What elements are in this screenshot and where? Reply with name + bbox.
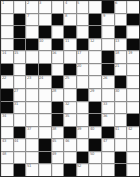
clue-number: 3 bbox=[39, 1, 41, 5]
crossword-cell[interactable]: 36 bbox=[102, 114, 114, 126]
clue-number: 27 bbox=[14, 89, 18, 93]
crossword-cell[interactable] bbox=[77, 114, 89, 126]
clue-number: 51 bbox=[27, 164, 31, 168]
crossword-cell[interactable]: 20 bbox=[77, 64, 89, 76]
black-cell bbox=[77, 39, 89, 51]
black-cell bbox=[39, 64, 51, 76]
crossword-cell[interactable] bbox=[26, 26, 38, 38]
crossword-cell[interactable]: 35 bbox=[64, 114, 76, 126]
clue-number: 35 bbox=[65, 114, 69, 118]
crossword-cell[interactable] bbox=[127, 139, 139, 151]
crossword-cell[interactable] bbox=[26, 51, 38, 63]
crossword-cell[interactable]: 7 bbox=[26, 14, 38, 26]
clue-number: 4 bbox=[65, 1, 67, 5]
crossword-cell[interactable] bbox=[1, 26, 13, 38]
clue-number: 25 bbox=[65, 76, 69, 80]
black-cell bbox=[115, 76, 127, 88]
crossword-cell[interactable]: 38 bbox=[52, 127, 64, 139]
crossword-cell[interactable] bbox=[64, 152, 76, 164]
crossword-cell[interactable]: 11 bbox=[64, 39, 76, 51]
crossword-cell[interactable]: 16 bbox=[52, 51, 64, 63]
black-cell bbox=[127, 114, 139, 126]
clue-number: 21 bbox=[115, 64, 119, 68]
crossword-cell[interactable]: 30 bbox=[115, 89, 127, 101]
clue-number: 30 bbox=[115, 89, 119, 93]
clue-number: 31 bbox=[14, 102, 18, 106]
clue-number: 50 bbox=[90, 152, 94, 156]
crossword-cell[interactable] bbox=[127, 102, 139, 114]
clue-number: 45 bbox=[52, 139, 56, 143]
black-cell bbox=[1, 89, 13, 101]
black-cell bbox=[1, 102, 13, 114]
crossword-cell[interactable] bbox=[52, 1, 64, 13]
clue-number: 6 bbox=[115, 1, 117, 5]
crossword-cell[interactable] bbox=[127, 152, 139, 164]
crossword-cell[interactable]: 9 bbox=[102, 14, 114, 26]
crossword-cell[interactable]: 18 bbox=[115, 51, 127, 63]
crossword-cell[interactable] bbox=[1, 14, 13, 26]
black-cell bbox=[39, 26, 51, 38]
black-cell bbox=[89, 102, 101, 114]
crossword-cell[interactable] bbox=[1, 127, 13, 139]
clue-number: 52 bbox=[77, 164, 81, 168]
crossword-cell[interactable]: 41 bbox=[115, 127, 127, 139]
black-cell bbox=[64, 26, 76, 38]
crossword-cell[interactable]: 49 bbox=[52, 152, 64, 164]
crossword-cell[interactable] bbox=[127, 26, 139, 38]
crossword-cell[interactable]: 27 bbox=[14, 89, 26, 101]
crossword-cell[interactable] bbox=[52, 26, 64, 38]
crossword-cell[interactable] bbox=[39, 102, 51, 114]
crossword-cell[interactable]: 29 bbox=[89, 89, 101, 101]
black-cell bbox=[89, 26, 101, 38]
crossword-cell[interactable] bbox=[14, 1, 26, 13]
black-cell bbox=[52, 114, 64, 126]
clue-number: 26 bbox=[103, 76, 107, 80]
crossword-cell[interactable]: 47 bbox=[102, 139, 114, 151]
crossword-cell[interactable] bbox=[64, 89, 76, 101]
black-cell bbox=[89, 139, 101, 151]
crossword-cell[interactable] bbox=[77, 26, 89, 38]
clue-number: 41 bbox=[115, 127, 119, 131]
crossword-cell[interactable]: 10 bbox=[39, 39, 51, 51]
crossword-cell[interactable] bbox=[102, 26, 114, 38]
black-cell bbox=[52, 39, 64, 51]
clue-number: 8 bbox=[65, 14, 67, 18]
clue-number: 42 bbox=[128, 127, 132, 131]
crossword-cell[interactable] bbox=[26, 152, 38, 164]
crossword-cell[interactable]: 23 bbox=[26, 76, 38, 88]
clue-number: 38 bbox=[52, 127, 56, 131]
crossword-cell[interactable]: 40 bbox=[89, 127, 101, 139]
crossword-cell[interactable]: 14 bbox=[1, 51, 13, 63]
crossword-cell[interactable] bbox=[14, 152, 26, 164]
crossword-cell[interactable] bbox=[77, 14, 89, 26]
crossword-cell[interactable] bbox=[115, 139, 127, 151]
crossword-cell[interactable] bbox=[39, 14, 51, 26]
clue-number: 48 bbox=[2, 152, 6, 156]
crossword-cell[interactable]: 39 bbox=[77, 127, 89, 139]
black-cell bbox=[64, 64, 76, 76]
crossword-cell[interactable] bbox=[26, 139, 38, 151]
black-cell bbox=[52, 76, 64, 88]
crossword-cell[interactable] bbox=[39, 89, 51, 101]
crossword-cell[interactable]: 12 bbox=[89, 39, 101, 51]
crossword-cell[interactable]: 19 bbox=[127, 51, 139, 63]
crossword-cell[interactable] bbox=[52, 64, 64, 76]
crossword-cell[interactable] bbox=[77, 139, 89, 151]
crossword-cell[interactable]: 22 bbox=[1, 76, 13, 88]
crossword-cell[interactable] bbox=[64, 51, 76, 63]
clue-number: 9 bbox=[103, 14, 105, 18]
black-cell bbox=[115, 26, 127, 38]
crossword-cell[interactable]: 33 bbox=[102, 102, 114, 114]
black-cell bbox=[64, 127, 76, 139]
crossword-cell[interactable] bbox=[39, 51, 51, 63]
clue-number: 17 bbox=[77, 51, 81, 55]
crossword-cell[interactable]: 26 bbox=[102, 76, 114, 88]
crossword-cell[interactable]: 50 bbox=[89, 152, 101, 164]
crossword-cell[interactable]: 37 bbox=[26, 127, 38, 139]
clue-number: 22 bbox=[2, 76, 6, 80]
crossword-cell[interactable] bbox=[1, 164, 13, 176]
crossword-cell[interactable] bbox=[102, 39, 114, 51]
clue-number: 28 bbox=[52, 89, 56, 93]
black-cell bbox=[89, 114, 101, 126]
crossword-cell[interactable] bbox=[89, 164, 101, 176]
black-cell bbox=[14, 127, 26, 139]
crossword-cell[interactable] bbox=[127, 164, 139, 176]
black-cell bbox=[127, 14, 139, 26]
crossword-cell[interactable] bbox=[77, 76, 89, 88]
black-cell bbox=[26, 39, 38, 51]
crossword-cell[interactable] bbox=[1, 39, 13, 51]
black-cell bbox=[39, 152, 51, 164]
crossword-puzzle: 1234567891011121314151617181920212223242… bbox=[0, 0, 140, 177]
crossword-cell[interactable] bbox=[89, 51, 101, 63]
crossword-cell[interactable] bbox=[102, 152, 114, 164]
clue-number: 39 bbox=[77, 127, 81, 131]
clue-number: 24 bbox=[39, 76, 43, 80]
black-cell bbox=[64, 164, 76, 176]
crossword-cell[interactable]: 13 bbox=[115, 39, 127, 51]
clue-number: 44 bbox=[14, 139, 18, 143]
crossword-cell[interactable]: 4 bbox=[64, 1, 76, 13]
clue-number: 10 bbox=[39, 39, 43, 43]
crossword-cell[interactable]: 42 bbox=[127, 127, 139, 139]
crossword-cell[interactable]: 6 bbox=[115, 1, 127, 13]
crossword-cell[interactable]: 15 bbox=[14, 51, 26, 63]
clue-number: 12 bbox=[90, 39, 94, 43]
black-cell bbox=[26, 64, 38, 76]
clue-number: 16 bbox=[52, 51, 56, 55]
crossword-cell[interactable] bbox=[115, 102, 127, 114]
crossword-cell[interactable] bbox=[39, 114, 51, 126]
crossword-grid: 1234567891011121314151617181920212223242… bbox=[1, 1, 139, 176]
black-cell bbox=[77, 152, 89, 164]
crossword-cell[interactable]: 32 bbox=[64, 102, 76, 114]
black-cell bbox=[115, 164, 127, 176]
clue-number: 32 bbox=[65, 102, 69, 106]
crossword-cell[interactable] bbox=[89, 64, 101, 76]
crossword-cell[interactable]: 24 bbox=[39, 76, 51, 88]
black-cell bbox=[14, 26, 26, 38]
clue-number: 14 bbox=[2, 51, 6, 55]
clue-number: 20 bbox=[77, 64, 81, 68]
clue-number: 43 bbox=[2, 139, 6, 143]
black-cell bbox=[52, 14, 64, 26]
black-cell bbox=[39, 139, 51, 151]
crossword-cell[interactable] bbox=[39, 127, 51, 139]
crossword-cell[interactable] bbox=[14, 64, 26, 76]
black-cell bbox=[102, 64, 114, 76]
clue-number: 29 bbox=[90, 89, 94, 93]
crossword-cell[interactable] bbox=[127, 1, 139, 13]
clue-number: 40 bbox=[90, 127, 94, 131]
crossword-cell[interactable] bbox=[102, 164, 114, 176]
crossword-cell[interactable]: 46 bbox=[64, 139, 76, 151]
black-cell bbox=[14, 39, 26, 51]
crossword-cell[interactable] bbox=[26, 114, 38, 126]
crossword-cell[interactable]: 3 bbox=[39, 1, 51, 13]
crossword-cell[interactable]: 43 bbox=[1, 139, 13, 151]
clue-number: 13 bbox=[115, 39, 119, 43]
black-cell bbox=[14, 164, 26, 176]
clue-number: 19 bbox=[128, 51, 132, 55]
black-cell bbox=[77, 89, 89, 101]
crossword-cell[interactable]: 5 bbox=[77, 1, 89, 13]
crossword-cell[interactable] bbox=[77, 102, 89, 114]
black-cell bbox=[52, 102, 64, 114]
crossword-cell[interactable] bbox=[127, 64, 139, 76]
clue-number: 49 bbox=[52, 152, 56, 156]
crossword-cell[interactable]: 34 bbox=[1, 114, 13, 126]
black-cell bbox=[102, 127, 114, 139]
crossword-cell[interactable]: 2 bbox=[26, 1, 38, 13]
clue-number: 46 bbox=[65, 139, 69, 143]
clue-number: 36 bbox=[103, 114, 107, 118]
black-cell bbox=[102, 1, 114, 13]
crossword-cell[interactable] bbox=[52, 164, 64, 176]
crossword-cell[interactable] bbox=[89, 76, 101, 88]
clue-number: 1 bbox=[2, 1, 4, 5]
crossword-cell[interactable]: 25 bbox=[64, 76, 76, 88]
crossword-cell[interactable]: 51 bbox=[26, 164, 38, 176]
black-cell bbox=[89, 14, 101, 26]
clue-number: 2 bbox=[27, 1, 29, 5]
crossword-cell[interactable] bbox=[127, 89, 139, 101]
crossword-cell[interactable] bbox=[89, 1, 101, 13]
clue-number: 23 bbox=[27, 76, 31, 80]
crossword-cell[interactable]: 48 bbox=[1, 152, 13, 164]
clue-number: 5 bbox=[77, 1, 79, 5]
crossword-cell[interactable] bbox=[102, 89, 114, 101]
crossword-cell[interactable] bbox=[115, 14, 127, 26]
crossword-cell[interactable] bbox=[127, 76, 139, 88]
clue-number: 33 bbox=[103, 102, 107, 106]
crossword-cell[interactable] bbox=[14, 76, 26, 88]
crossword-cell[interactable]: 21 bbox=[115, 64, 127, 76]
crossword-cell[interactable]: 8 bbox=[64, 14, 76, 26]
crossword-cell[interactable]: 52 bbox=[77, 164, 89, 176]
black-cell bbox=[14, 14, 26, 26]
black-cell bbox=[1, 64, 13, 76]
crossword-cell[interactable] bbox=[39, 164, 51, 176]
clue-number: 11 bbox=[65, 39, 69, 43]
crossword-cell[interactable]: 44 bbox=[14, 139, 26, 151]
crossword-cell[interactable]: 1 bbox=[1, 1, 13, 13]
crossword-cell[interactable]: 31 bbox=[14, 102, 26, 114]
clue-number: 18 bbox=[115, 51, 119, 55]
black-cell bbox=[115, 152, 127, 164]
crossword-cell[interactable] bbox=[14, 114, 26, 126]
crossword-cell[interactable]: 28 bbox=[52, 89, 64, 101]
clue-number: 7 bbox=[27, 14, 29, 18]
crossword-cell[interactable]: 45 bbox=[52, 139, 64, 151]
crossword-cell[interactable] bbox=[26, 89, 38, 101]
clue-number: 15 bbox=[14, 51, 18, 55]
clue-number: 47 bbox=[103, 139, 107, 143]
clue-number: 37 bbox=[27, 127, 31, 131]
crossword-cell[interactable] bbox=[115, 114, 127, 126]
black-cell bbox=[102, 51, 114, 63]
crossword-cell[interactable]: 17 bbox=[77, 51, 89, 63]
clue-number: 34 bbox=[2, 114, 6, 118]
crossword-cell[interactable] bbox=[26, 102, 38, 114]
black-cell bbox=[127, 39, 139, 51]
